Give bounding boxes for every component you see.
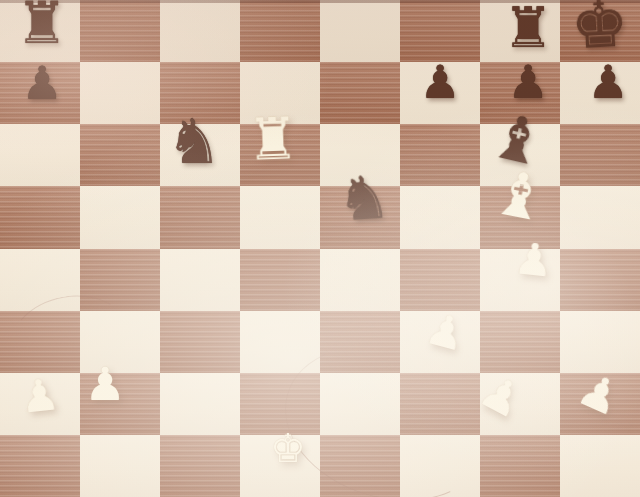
white-pawn-glyph: ♟ [18, 374, 61, 418]
square-c2[interactable] [160, 373, 240, 435]
piece-white-pawn-g2[interactable]: ♟ [462, 355, 542, 417]
square-e8[interactable] [320, 0, 400, 62]
white-pawn-glyph: ♟ [512, 238, 555, 282]
square-b7[interactable] [80, 62, 160, 124]
square-c4[interactable] [160, 249, 240, 311]
square-b8[interactable] [80, 0, 160, 62]
piece-white-rook-d6[interactable]: ♜ [233, 104, 313, 166]
square-b4[interactable] [80, 249, 160, 311]
square-e4[interactable] [320, 249, 400, 311]
piece-black-pawn-g7[interactable]: ♟ [488, 41, 568, 103]
piece-white-pawn-g4[interactable]: ♟ [494, 219, 574, 281]
square-d3[interactable] [240, 311, 320, 373]
black-pawn-glyph: ♟ [587, 61, 628, 103]
piece-black-pawn-a7[interactable]: ♟ [2, 42, 82, 104]
black-knight-glyph: ♞ [335, 170, 393, 229]
black-pawn-glyph: ♟ [419, 61, 460, 103]
square-c3[interactable] [160, 311, 240, 373]
white-pawn-glyph: ♟ [474, 367, 530, 424]
square-h6[interactable] [560, 124, 640, 186]
piece-white-king-d1[interactable]: ♚ [248, 405, 328, 467]
square-h1[interactable] [560, 435, 640, 497]
square-f6[interactable] [400, 124, 480, 186]
square-a4[interactable] [0, 249, 80, 311]
square-e1[interactable] [320, 435, 400, 497]
square-d5[interactable] [240, 186, 320, 248]
square-e3[interactable] [320, 311, 400, 373]
square-g1[interactable] [480, 435, 560, 497]
square-b6[interactable] [80, 124, 160, 186]
square-c8[interactable] [160, 0, 240, 62]
white-king-glyph: ♚ [270, 430, 306, 467]
square-a5[interactable] [0, 186, 80, 248]
piece-white-pawn-f3[interactable]: ♟ [406, 291, 486, 353]
square-c1[interactable] [160, 435, 240, 497]
piece-black-pawn-f7[interactable]: ♟ [400, 41, 480, 103]
black-pawn-glyph: ♟ [21, 62, 62, 104]
piece-black-knight-c6[interactable]: ♞ [154, 108, 234, 170]
square-a1[interactable] [0, 435, 80, 497]
black-pawn-glyph: ♟ [507, 61, 548, 103]
square-e2[interactable] [320, 373, 400, 435]
square-f1[interactable] [400, 435, 480, 497]
square-c5[interactable] [160, 186, 240, 248]
square-b5[interactable] [80, 186, 160, 248]
square-e7[interactable] [320, 62, 400, 124]
white-rook-glyph: ♜ [246, 112, 300, 167]
chess-photo: ♜♜♚♟♟♟♟♞♜♝♞♝♟♟♟♟♟♟♚ [0, 0, 640, 497]
square-b1[interactable] [80, 435, 160, 497]
piece-black-knight-e5[interactable]: ♞ [324, 164, 404, 226]
piece-white-pawn-h2[interactable]: ♟ [560, 353, 640, 415]
white-pawn-glyph: ♟ [422, 308, 471, 357]
piece-white-pawn-b2[interactable]: ♟ [65, 343, 145, 405]
square-d8[interactable] [240, 0, 320, 62]
white-pawn-glyph: ♟ [84, 363, 125, 405]
piece-black-pawn-h7[interactable]: ♟ [568, 41, 640, 103]
square-a6[interactable] [0, 124, 80, 186]
white-pawn-glyph: ♟ [573, 366, 628, 421]
black-knight-glyph: ♞ [166, 113, 222, 170]
piece-white-bishop-g5[interactable]: ♝ [480, 162, 560, 224]
square-f5[interactable] [400, 186, 480, 248]
square-d4[interactable] [240, 249, 320, 311]
